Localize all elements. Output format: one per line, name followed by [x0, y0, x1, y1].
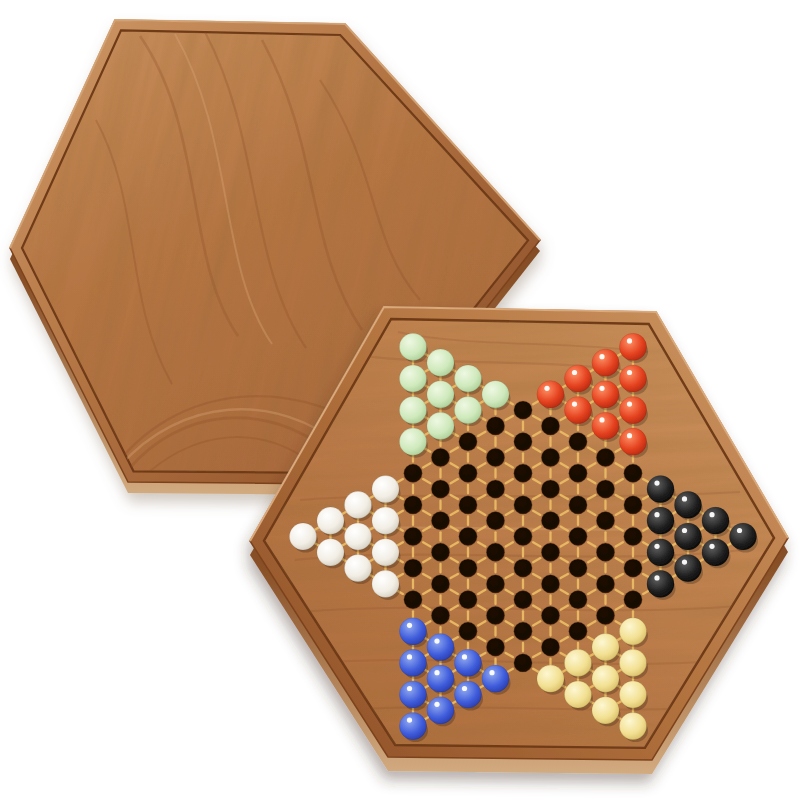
- marble-specular-highlight: [654, 575, 659, 580]
- hole-c7-r3[interactable]: [486, 480, 504, 498]
- marble-body: [344, 555, 371, 582]
- marble-body: [592, 412, 619, 439]
- marble-body: [372, 570, 399, 597]
- marble-specular-highlight: [434, 670, 439, 675]
- hole-c9-r3[interactable]: [541, 480, 559, 498]
- marble-body: [619, 333, 646, 360]
- hole-c4-r5[interactable]: [404, 496, 422, 514]
- hole-c8-r2[interactable]: [514, 464, 532, 482]
- marble-specular-highlight: [599, 354, 604, 359]
- hole-c8-r8[interactable]: [514, 654, 532, 672]
- marble-specular-highlight: [434, 639, 439, 644]
- hole-c7-r6[interactable]: [486, 575, 504, 593]
- hole-c12-r8[interactable]: [624, 591, 642, 609]
- marble-body: [537, 381, 564, 408]
- hole-c5-r8[interactable]: [431, 606, 449, 624]
- hole-c11-r3[interactable]: [596, 448, 614, 466]
- marble-body: [372, 476, 399, 503]
- marble-body: [592, 349, 619, 376]
- marble-body: [647, 476, 674, 503]
- hole-c6-r2[interactable]: [459, 433, 477, 451]
- marble-body: [564, 681, 591, 708]
- marble-specular-highlight: [434, 702, 439, 707]
- marble-specular-highlight: [462, 654, 467, 659]
- hole-c5-r6[interactable]: [431, 543, 449, 561]
- hole-c8-r5[interactable]: [514, 559, 532, 577]
- marble-body: [344, 523, 371, 550]
- hole-c11-r6[interactable]: [596, 543, 614, 561]
- marble-specular-highlight: [627, 338, 632, 343]
- hole-c6-r3[interactable]: [459, 464, 477, 482]
- marble-body: [619, 713, 646, 740]
- hole-c10-r5[interactable]: [569, 527, 587, 545]
- marble-body: [592, 697, 619, 724]
- marble-body: [619, 681, 646, 708]
- hole-c8-r0[interactable]: [514, 401, 532, 419]
- marble-specular-highlight: [709, 512, 714, 517]
- marble-specular-highlight: [599, 386, 604, 391]
- marble-body: [702, 507, 729, 534]
- marble-body: [344, 491, 371, 518]
- marble-body: [454, 649, 481, 676]
- hole-c7-r4[interactable]: [486, 512, 504, 530]
- hole-c11-r4[interactable]: [596, 480, 614, 498]
- hole-c9-r1[interactable]: [541, 417, 559, 435]
- marble-body: [674, 523, 701, 550]
- hole-c10-r2[interactable]: [569, 433, 587, 451]
- marble-body: [372, 539, 399, 566]
- hole-c8-r1[interactable]: [514, 433, 532, 451]
- marble-body: [427, 634, 454, 661]
- hole-c10-r3[interactable]: [569, 464, 587, 482]
- hole-c7-r8[interactable]: [486, 638, 504, 656]
- hole-c9-r4[interactable]: [541, 512, 559, 530]
- hole-c9-r2[interactable]: [541, 448, 559, 466]
- hole-c12-r5[interactable]: [624, 496, 642, 514]
- hole-c6-r6[interactable]: [459, 559, 477, 577]
- hole-c10-r6[interactable]: [569, 559, 587, 577]
- marble-body: [427, 349, 454, 376]
- marble-specular-highlight: [654, 544, 659, 549]
- marble-body: [674, 555, 701, 582]
- hole-c10-r7[interactable]: [569, 591, 587, 609]
- hole-c10-r8[interactable]: [569, 622, 587, 640]
- marble-specular-highlight: [627, 370, 632, 375]
- marble-body: [592, 634, 619, 661]
- hole-c11-r8[interactable]: [596, 606, 614, 624]
- scene-canvas: [0, 0, 800, 800]
- hole-c5-r7[interactable]: [431, 575, 449, 593]
- marble-body: [702, 539, 729, 566]
- marble-body: [619, 428, 646, 455]
- marble-body: [619, 365, 646, 392]
- chinese-checkers-product-photo: [0, 0, 800, 800]
- marble-body: [564, 649, 591, 676]
- marble-specular-highlight: [544, 386, 549, 391]
- hole-c12-r4[interactable]: [624, 464, 642, 482]
- marble-specular-highlight: [462, 686, 467, 691]
- marble-body: [537, 665, 564, 692]
- marble-body: [454, 365, 481, 392]
- marble-body: [482, 665, 509, 692]
- marble-specular-highlight: [407, 623, 412, 628]
- marble-specular-highlight: [489, 670, 494, 675]
- marble-body: [564, 397, 591, 424]
- marble-body: [399, 713, 426, 740]
- hole-c7-r1[interactable]: [486, 417, 504, 435]
- hole-c12-r6[interactable]: [624, 527, 642, 545]
- marble-body: [729, 523, 756, 550]
- marble-specular-highlight: [682, 496, 687, 501]
- marble-body: [674, 491, 701, 518]
- marble-specular-highlight: [682, 560, 687, 565]
- marble-body: [317, 507, 344, 534]
- hole-c9-r6[interactable]: [541, 575, 559, 593]
- marble-body: [564, 365, 591, 392]
- marble-body: [399, 333, 426, 360]
- marble-body: [592, 665, 619, 692]
- marble-specular-highlight: [572, 402, 577, 407]
- marble-body: [399, 365, 426, 392]
- marble-body: [399, 618, 426, 645]
- marble-body: [619, 649, 646, 676]
- marble-body: [399, 397, 426, 424]
- marble-specular-highlight: [737, 528, 742, 533]
- marble-body: [399, 428, 426, 455]
- hole-c11-r7[interactable]: [596, 575, 614, 593]
- marble-specular-highlight: [407, 718, 412, 723]
- hole-c9-r7[interactable]: [541, 606, 559, 624]
- marble-body: [647, 539, 674, 566]
- marble-body: [427, 381, 454, 408]
- hole-c6-r4[interactable]: [459, 496, 477, 514]
- marble-specular-highlight: [709, 544, 714, 549]
- hole-c5-r5[interactable]: [431, 512, 449, 530]
- marble-body: [317, 539, 344, 566]
- hole-c7-r5[interactable]: [486, 543, 504, 561]
- marble-body: [647, 570, 674, 597]
- hole-c12-r7[interactable]: [624, 559, 642, 577]
- marble-body: [399, 681, 426, 708]
- marble-body: [592, 381, 619, 408]
- marble-specular-highlight: [682, 528, 687, 533]
- marble-body: [427, 412, 454, 439]
- hole-c11-r5[interactable]: [596, 512, 614, 530]
- marble-specular-highlight: [572, 370, 577, 375]
- hole-c4-r7[interactable]: [404, 559, 422, 577]
- hole-c8-r6[interactable]: [514, 591, 532, 609]
- hole-c9-r8[interactable]: [541, 638, 559, 656]
- marble-body: [454, 397, 481, 424]
- marble-body: [482, 381, 509, 408]
- hole-c5-r4[interactable]: [431, 480, 449, 498]
- marble-specular-highlight: [627, 433, 632, 438]
- marble-body: [619, 397, 646, 424]
- marble-body: [619, 618, 646, 645]
- hole-c8-r4[interactable]: [514, 527, 532, 545]
- marble-specular-highlight: [407, 686, 412, 691]
- marble-body: [454, 681, 481, 708]
- marble-body: [372, 507, 399, 534]
- hole-c4-r6[interactable]: [404, 527, 422, 545]
- marble-specular-highlight: [627, 402, 632, 407]
- hole-c7-r2[interactable]: [486, 448, 504, 466]
- marble-body: [427, 665, 454, 692]
- hole-c8-r7[interactable]: [514, 622, 532, 640]
- marble-specular-highlight: [654, 481, 659, 486]
- hole-c5-r3[interactable]: [431, 448, 449, 466]
- hole-c4-r8[interactable]: [404, 591, 422, 609]
- marble-specular-highlight: [407, 654, 412, 659]
- hole-c6-r7[interactable]: [459, 591, 477, 609]
- hole-c6-r5[interactable]: [459, 527, 477, 545]
- hole-c6-r8[interactable]: [459, 622, 477, 640]
- hole-c4-r4[interactable]: [404, 464, 422, 482]
- marble-body: [399, 649, 426, 676]
- marble-specular-highlight: [654, 512, 659, 517]
- marble-body: [289, 523, 316, 550]
- hole-c9-r5[interactable]: [541, 543, 559, 561]
- hole-c8-r3[interactable]: [514, 496, 532, 514]
- hole-c7-r7[interactable]: [486, 606, 504, 624]
- marble-body: [647, 507, 674, 534]
- marble-specular-highlight: [599, 417, 604, 422]
- hole-c10-r4[interactable]: [569, 496, 587, 514]
- marble-body: [427, 697, 454, 724]
